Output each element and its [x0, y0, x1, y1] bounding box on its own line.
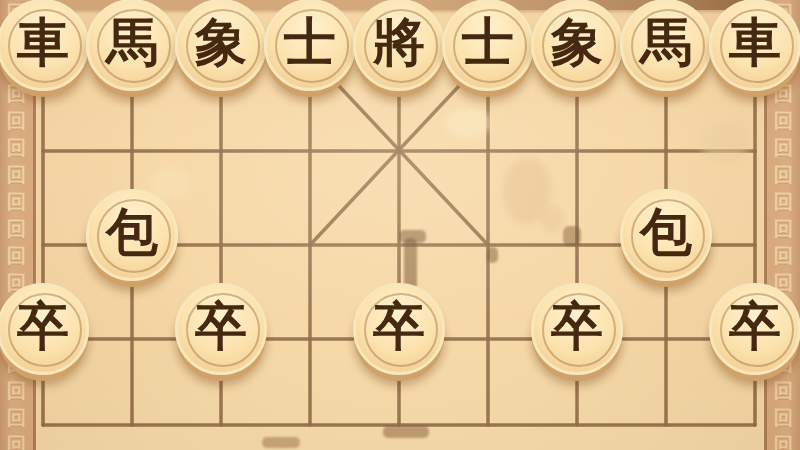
meander-pattern-glyph: 回: [774, 378, 794, 405]
piece-character: 包: [640, 206, 692, 258]
meander-pattern-glyph: 回: [7, 405, 27, 432]
piece-character: 象: [195, 16, 247, 68]
meander-pattern-glyph: 回: [774, 243, 794, 270]
meander-pattern-glyph: 回: [774, 162, 794, 189]
piece-character: 士: [462, 16, 514, 68]
piece-black-soldier-3[interactable]: 卒: [353, 283, 445, 375]
piece-character: 士: [284, 16, 336, 68]
meander-pattern-glyph: 回: [7, 243, 27, 270]
piece-character: 馬: [106, 16, 158, 68]
meander-pattern-glyph: 回: [774, 216, 794, 243]
piece-black-cannon-right[interactable]: 包: [620, 189, 712, 281]
meander-pattern-glyph: 回: [7, 162, 27, 189]
piece-character: 將: [373, 16, 425, 68]
piece-black-advisor-left[interactable]: 士: [264, 0, 356, 91]
piece-black-advisor-right[interactable]: 士: [442, 0, 534, 91]
meander-pattern-glyph: 回: [7, 216, 27, 243]
piece-character: 卒: [195, 300, 247, 352]
piece-black-chariot-left[interactable]: 車: [0, 0, 89, 91]
xiangqi-app-screen: 回回回回回回回回回回回回回回回回回 回回回回回回回回回回回回回回回回回 車馬象士…: [0, 0, 800, 450]
meander-pattern-glyph: 回: [774, 135, 794, 162]
piece-character: 馬: [640, 16, 692, 68]
piece-black-cannon-left[interactable]: 包: [86, 189, 178, 281]
piece-character: 卒: [373, 300, 425, 352]
piece-black-soldier-1[interactable]: 卒: [0, 283, 89, 375]
meander-pattern-glyph: 回: [7, 135, 27, 162]
piece-character: 卒: [729, 300, 781, 352]
meander-pattern-glyph: 回: [7, 189, 27, 216]
piece-black-general[interactable]: 將: [353, 0, 445, 91]
piece-character: 包: [106, 206, 158, 258]
piece-character: 象: [551, 16, 603, 68]
piece-black-elephant-left[interactable]: 象: [175, 0, 267, 91]
meander-pattern-glyph: 回: [7, 108, 27, 135]
piece-black-elephant-right[interactable]: 象: [531, 0, 623, 91]
piece-black-horse-right[interactable]: 馬: [620, 0, 712, 91]
piece-black-horse-left[interactable]: 馬: [86, 0, 178, 91]
meander-pattern-glyph: 回: [774, 189, 794, 216]
meander-pattern-glyph: 回: [774, 405, 794, 432]
piece-black-soldier-4[interactable]: 卒: [531, 283, 623, 375]
meander-pattern-glyph: 回: [7, 378, 27, 405]
piece-character: 車: [729, 16, 781, 68]
meander-pattern-glyph: 回: [7, 432, 27, 450]
meander-pattern-glyph: 回: [774, 432, 794, 450]
piece-character: 卒: [551, 300, 603, 352]
piece-black-chariot-right[interactable]: 車: [709, 0, 800, 91]
piece-character: 車: [17, 16, 69, 68]
piece-black-soldier-2[interactable]: 卒: [175, 283, 267, 375]
piece-character: 卒: [17, 300, 69, 352]
meander-pattern-glyph: 回: [774, 108, 794, 135]
piece-black-soldier-5[interactable]: 卒: [709, 283, 800, 375]
